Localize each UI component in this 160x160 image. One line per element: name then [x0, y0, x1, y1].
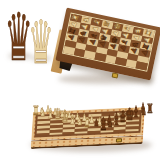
piece-black-pawn: ♟: [120, 109, 125, 118]
main-board-square: [126, 129, 139, 132]
main-board-square: [75, 131, 88, 134]
piece-black-pawn: ♟: [94, 118, 100, 128]
piece-black-pawn: ♟: [114, 111, 119, 121]
main-board-square: [113, 129, 126, 132]
folded-board-clasp: [112, 72, 119, 78]
main-board-latch: [116, 138, 122, 142]
piece-black-pawn: ♟: [127, 107, 132, 116]
main-board-square: [49, 132, 62, 135]
piece-white-pawn: ♟: [74, 112, 79, 122]
piece-white-pawn: ♟: [60, 109, 65, 118]
folded-board: ♜♞♝♛♚♝♞♜♟♟♟♟♟♟♟♟♜♞♝♛♚♝♞♜♟♟♟♟♟♟♟♟: [55, 8, 160, 81]
piece-white-pawn: ♟: [67, 110, 72, 120]
piece-black-pawn: ♟: [107, 114, 112, 124]
piece-white-pawn: ♟: [52, 107, 57, 116]
piece-black-rook: ♜: [146, 102, 153, 115]
piece-black-pawn: ♟: [140, 102, 145, 111]
piece-black-pawn: ♟: [100, 116, 106, 126]
folded-board-surface: ♜♞♝♛♚♝♞♜♟♟♟♟♟♟♟♟♜♞♝♛♚♝♞♜♟♟♟♟♟♟♟♟: [62, 12, 156, 71]
main-board-square: [37, 133, 50, 136]
piece-white-pawn: ♟: [82, 113, 88, 123]
piece-white-pawn: ♟: [45, 105, 50, 114]
product-photo: ♛♛ ♜♞♝♛♚♝♞♜♟♟♟♟♟♟♟♟♜♞♝♛♚♝♞♜♟♟♟♟♟♟♟♟ ♜♞♝♛…: [0, 0, 160, 160]
piece-black-pawn: ♟: [134, 105, 139, 114]
extra-queen-light: ♛: [28, 12, 54, 72]
main-board-square: [62, 131, 75, 134]
piece-white-rook: ♜: [32, 104, 39, 117]
folded-board-square: [136, 62, 148, 71]
